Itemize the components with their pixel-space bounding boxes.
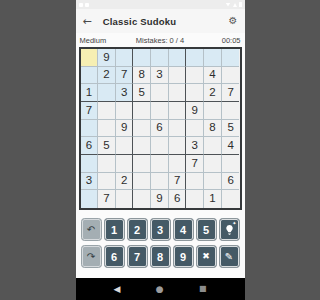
info-bar: Medium Mistakes: 0 / 4 00:05: [76, 33, 245, 47]
android-nav-bar: ◀ ● ■: [76, 278, 245, 300]
signal-icon: [233, 3, 237, 7]
cell-r9c2[interactable]: 7: [98, 190, 116, 208]
digit-8-label: 8: [157, 251, 163, 263]
cell-r7c9[interactable]: [222, 155, 240, 173]
digit-2-label: 2: [134, 224, 140, 236]
digit-5-label: 5: [203, 224, 209, 236]
status-bar: [76, 0, 245, 9]
digit-4-button[interactable]: 4: [173, 218, 194, 241]
cell-r8c9[interactable]: 6: [222, 173, 240, 191]
pencil-icon: ✎: [225, 252, 233, 262]
nav-back-icon[interactable]: ◀: [114, 285, 121, 294]
digit-1-button[interactable]: 1: [104, 218, 125, 241]
wifi-icon: [226, 3, 231, 7]
cell-r7c7[interactable]: 7: [186, 155, 204, 173]
cell-r3c8[interactable]: 2: [204, 84, 222, 102]
hint-button[interactable]: ✦: [219, 218, 240, 241]
cell-r9c3[interactable]: [116, 190, 134, 208]
cell-r7c5[interactable]: [151, 155, 169, 173]
cell-r4c1[interactable]: 7: [81, 102, 99, 120]
cell-r3c6[interactable]: [169, 84, 187, 102]
cell-r6c8[interactable]: [204, 137, 222, 155]
digit-6-button[interactable]: 6: [104, 245, 125, 268]
cell-r8c3[interactable]: 2: [116, 173, 134, 191]
pencil-button[interactable]: ✎: [219, 245, 240, 268]
timer: 00:05: [222, 36, 241, 45]
notification-icon: [79, 3, 83, 7]
digit-6-label: 6: [111, 251, 117, 263]
erase-x-icon: ✖: [202, 252, 210, 261]
cell-r1c8[interactable]: [204, 49, 222, 67]
digit-9-button[interactable]: 9: [173, 245, 194, 268]
cell-r5c7[interactable]: [186, 120, 204, 138]
cell-r2c5[interactable]: 3: [151, 67, 169, 85]
phone-screen: ← Classic Sudoku ⚙ Medium Mistakes: 0 / …: [76, 0, 245, 300]
cell-r1c1[interactable]: [81, 49, 99, 67]
digit-4-label: 4: [180, 224, 186, 236]
status-notification-icons: [79, 3, 89, 7]
cell-r1c5[interactable]: [151, 49, 169, 67]
cell-r5c1[interactable]: [81, 120, 99, 138]
cell-r1c7[interactable]: [186, 49, 204, 67]
cell-r2c8[interactable]: 4: [204, 67, 222, 85]
cell-r2c4[interactable]: 8: [133, 67, 151, 85]
cell-r1c2[interactable]: 9: [98, 49, 116, 67]
cell-r7c3[interactable]: [116, 155, 134, 173]
cell-r7c1[interactable]: [81, 155, 99, 173]
status-system-icons: [226, 2, 242, 7]
digit-5-button[interactable]: 5: [196, 218, 217, 241]
cell-r4c2[interactable]: [98, 102, 116, 120]
cell-r4c8[interactable]: [204, 102, 222, 120]
battery-icon: [239, 2, 242, 7]
cell-r6c9[interactable]: 4: [222, 137, 240, 155]
cell-r9c4[interactable]: [133, 190, 151, 208]
undo-button[interactable]: ↶: [81, 218, 102, 241]
cell-r4c6[interactable]: [169, 102, 187, 120]
settings-gear-icon[interactable]: ⚙: [229, 16, 238, 26]
cell-r4c4[interactable]: [133, 102, 151, 120]
cell-r6c5[interactable]: [151, 137, 169, 155]
cell-r6c7[interactable]: 3: [186, 137, 204, 155]
cell-r9c9[interactable]: [222, 190, 240, 208]
cell-r3c9[interactable]: 7: [222, 84, 240, 102]
cell-r5c9[interactable]: 5: [222, 120, 240, 138]
cell-r1c9[interactable]: [222, 49, 240, 67]
redo-arrow-icon: ↷: [87, 252, 95, 262]
digit-8-button[interactable]: 8: [150, 245, 171, 268]
cell-r1c3[interactable]: [116, 49, 134, 67]
nav-recents-icon[interactable]: ■: [199, 285, 207, 293]
cell-r9c7[interactable]: [186, 190, 204, 208]
cell-r8c2[interactable]: [98, 173, 116, 191]
cell-r2c2[interactable]: 2: [98, 67, 116, 85]
cell-r2c6[interactable]: [169, 67, 187, 85]
page-title: Classic Sudoku: [103, 16, 177, 27]
cell-r3c7[interactable]: [186, 84, 204, 102]
cell-r4c3[interactable]: [116, 102, 134, 120]
cell-r3c3[interactable]: 3: [116, 84, 134, 102]
cell-r2c7[interactable]: [186, 67, 204, 85]
number-pad: ↶12345✦ ↷6789✖✎: [76, 218, 245, 268]
cell-r2c1[interactable]: [81, 67, 99, 85]
undo-arrow-icon: ↶: [87, 225, 95, 235]
pad-row-2: ↷6789✖✎: [81, 245, 240, 268]
cell-r6c2[interactable]: 5: [98, 137, 116, 155]
sudoku-grid: 927834135277996856534732767961: [79, 47, 242, 210]
pad-row-1: ↶12345✦: [81, 218, 240, 241]
cell-r7c8[interactable]: [204, 155, 222, 173]
cell-r7c4[interactable]: [133, 155, 151, 173]
cell-r8c4[interactable]: [133, 173, 151, 191]
cell-r9c1[interactable]: [81, 190, 99, 208]
difficulty-label: Medium: [80, 36, 107, 45]
cell-r3c4[interactable]: 5: [133, 84, 151, 102]
cell-r6c3[interactable]: [116, 137, 134, 155]
cell-r5c8[interactable]: 8: [204, 120, 222, 138]
cell-r5c5[interactable]: 6: [151, 120, 169, 138]
redo-button[interactable]: ↷: [81, 245, 102, 268]
nav-home-icon[interactable]: ●: [156, 285, 164, 294]
cell-r5c3[interactable]: 9: [116, 120, 134, 138]
cell-r8c7[interactable]: [186, 173, 204, 191]
digit-7-label: 7: [134, 251, 140, 263]
cell-r8c1[interactable]: 3: [81, 173, 99, 191]
cell-r3c1[interactable]: 1: [81, 84, 99, 102]
cell-r3c5[interactable]: [151, 84, 169, 102]
cell-r9c5[interactable]: 9: [151, 190, 169, 208]
cell-r8c6[interactable]: 7: [169, 173, 187, 191]
cell-r6c4[interactable]: [133, 137, 151, 155]
cell-r7c6[interactable]: [169, 155, 187, 173]
cell-r8c8[interactable]: [204, 173, 222, 191]
cell-r2c3[interactable]: 7: [116, 67, 134, 85]
cell-r5c6[interactable]: [169, 120, 187, 138]
erase-button[interactable]: ✖: [196, 245, 217, 268]
digit-7-button[interactable]: 7: [127, 245, 148, 268]
digit-9-label: 9: [180, 251, 186, 263]
cell-r7c2[interactable]: [98, 155, 116, 173]
back-arrow-icon[interactable]: ←: [83, 16, 92, 27]
cell-r6c6[interactable]: [169, 137, 187, 155]
cell-r5c4[interactable]: [133, 120, 151, 138]
cell-r4c5[interactable]: [151, 102, 169, 120]
cell-r3c2[interactable]: [98, 84, 116, 102]
notification-icon: [85, 3, 89, 7]
cell-r4c7[interactable]: 9: [186, 102, 204, 120]
cell-r8c5[interactable]: [151, 173, 169, 191]
cell-r5c2[interactable]: [98, 120, 116, 138]
cell-r4c9[interactable]: [222, 102, 240, 120]
cell-r6c1[interactable]: 6: [81, 137, 99, 155]
cell-r1c6[interactable]: [169, 49, 187, 67]
cell-r2c9[interactable]: [222, 67, 240, 85]
digit-3-label: 3: [157, 224, 163, 236]
app-bar: ← Classic Sudoku ⚙: [76, 9, 245, 33]
digit-3-button[interactable]: 3: [150, 218, 171, 241]
sparkle-icon: ✦: [232, 220, 236, 226]
digit-2-button[interactable]: 2: [127, 218, 148, 241]
cell-r9c8[interactable]: 1: [204, 190, 222, 208]
cell-r1c4[interactable]: [133, 49, 151, 67]
digit-1-label: 1: [111, 224, 117, 236]
cell-r9c6[interactable]: 6: [169, 190, 187, 208]
